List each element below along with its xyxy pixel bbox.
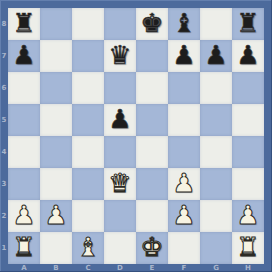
square-a2[interactable]: ♟: [8, 200, 40, 232]
piece-black-pawn: ♟: [12, 39, 35, 71]
square-h7[interactable]: ♟: [232, 40, 264, 72]
square-a6[interactable]: [8, 72, 40, 104]
square-c8[interactable]: [72, 8, 104, 40]
square-e4[interactable]: [136, 136, 168, 168]
square-b3[interactable]: [40, 168, 72, 200]
piece-white-rook: ♜: [236, 231, 259, 263]
square-d5[interactable]: ♟: [104, 104, 136, 136]
rank-label-1: 1: [0, 232, 8, 264]
square-d1[interactable]: [104, 232, 136, 264]
square-h8[interactable]: ♜: [232, 8, 264, 40]
square-g7[interactable]: ♟: [200, 40, 232, 72]
file-label-e: E: [136, 264, 168, 272]
file-label-f: F: [168, 264, 200, 272]
square-b8[interactable]: [40, 8, 72, 40]
square-b5[interactable]: [40, 104, 72, 136]
square-a1[interactable]: ♜: [8, 232, 40, 264]
square-f6[interactable]: [168, 72, 200, 104]
piece-black-queen: ♛: [108, 39, 131, 71]
piece-white-pawn: ♟: [44, 199, 67, 231]
square-d2[interactable]: [104, 200, 136, 232]
square-f3[interactable]: ♟: [168, 168, 200, 200]
square-g8[interactable]: [200, 8, 232, 40]
piece-black-pawn: ♟: [108, 103, 131, 135]
rank-label-2: 2: [0, 200, 8, 232]
square-f2[interactable]: ♟: [168, 200, 200, 232]
square-c7[interactable]: [72, 40, 104, 72]
square-e7[interactable]: [136, 40, 168, 72]
square-e5[interactable]: [136, 104, 168, 136]
piece-black-king: ♚: [140, 7, 163, 39]
square-a8[interactable]: ♜: [8, 8, 40, 40]
square-f1[interactable]: [168, 232, 200, 264]
square-d7[interactable]: ♛: [104, 40, 136, 72]
piece-black-pawn: ♟: [172, 39, 195, 71]
square-b7[interactable]: [40, 40, 72, 72]
square-h4[interactable]: [232, 136, 264, 168]
rank-label-5: 5: [0, 104, 8, 136]
square-h6[interactable]: [232, 72, 264, 104]
square-g6[interactable]: [200, 72, 232, 104]
square-e6[interactable]: [136, 72, 168, 104]
rank-label-8: 8: [0, 8, 8, 40]
square-a4[interactable]: [8, 136, 40, 168]
square-h3[interactable]: [232, 168, 264, 200]
piece-white-bishop: ♝: [76, 231, 99, 263]
square-f7[interactable]: ♟: [168, 40, 200, 72]
chess-board: ♜♚♝♜♟♛♟♟♟♟♛♟♟♟♟♟♜♝♚♜ 87654321 ABCDEFGH: [0, 0, 272, 272]
piece-white-rook: ♜: [12, 231, 35, 263]
piece-black-rook: ♜: [236, 7, 259, 39]
square-e2[interactable]: [136, 200, 168, 232]
square-c2[interactable]: [72, 200, 104, 232]
rank-label-7: 7: [0, 40, 8, 72]
square-d8[interactable]: [104, 8, 136, 40]
square-c1[interactable]: ♝: [72, 232, 104, 264]
rank-label-4: 4: [0, 136, 8, 168]
square-d3[interactable]: ♛: [104, 168, 136, 200]
square-b2[interactable]: ♟: [40, 200, 72, 232]
square-c6[interactable]: [72, 72, 104, 104]
square-f5[interactable]: [168, 104, 200, 136]
rank-label-3: 3: [0, 168, 8, 200]
square-b4[interactable]: [40, 136, 72, 168]
square-f4[interactable]: [168, 136, 200, 168]
square-h5[interactable]: [232, 104, 264, 136]
file-label-h: H: [232, 264, 264, 272]
file-label-c: C: [72, 264, 104, 272]
square-d4[interactable]: [104, 136, 136, 168]
square-e3[interactable]: [136, 168, 168, 200]
square-c5[interactable]: [72, 104, 104, 136]
piece-white-king: ♚: [140, 231, 163, 263]
square-c4[interactable]: [72, 136, 104, 168]
file-label-d: D: [104, 264, 136, 272]
square-a3[interactable]: [8, 168, 40, 200]
file-label-b: B: [40, 264, 72, 272]
piece-white-pawn: ♟: [172, 199, 195, 231]
rank-label-6: 6: [0, 72, 8, 104]
file-label-g: G: [200, 264, 232, 272]
square-e1[interactable]: ♚: [136, 232, 168, 264]
square-b6[interactable]: [40, 72, 72, 104]
square-g2[interactable]: [200, 200, 232, 232]
file-label-a: A: [8, 264, 40, 272]
piece-white-pawn: ♟: [172, 167, 195, 199]
square-h1[interactable]: ♜: [232, 232, 264, 264]
piece-black-pawn: ♟: [236, 39, 259, 71]
piece-black-bishop: ♝: [172, 7, 195, 39]
square-a7[interactable]: ♟: [8, 40, 40, 72]
square-e8[interactable]: ♚: [136, 8, 168, 40]
square-g5[interactable]: [200, 104, 232, 136]
square-g4[interactable]: [200, 136, 232, 168]
piece-white-queen: ♛: [108, 167, 131, 199]
board-grid: ♜♚♝♜♟♛♟♟♟♟♛♟♟♟♟♟♜♝♚♜: [8, 8, 264, 264]
piece-white-pawn: ♟: [236, 199, 259, 231]
square-d6[interactable]: [104, 72, 136, 104]
piece-black-pawn: ♟: [204, 39, 227, 71]
square-c3[interactable]: [72, 168, 104, 200]
square-f8[interactable]: ♝: [168, 8, 200, 40]
square-g3[interactable]: [200, 168, 232, 200]
square-h2[interactable]: ♟: [232, 200, 264, 232]
square-g1[interactable]: [200, 232, 232, 264]
piece-black-rook: ♜: [12, 7, 35, 39]
square-b1[interactable]: [40, 232, 72, 264]
square-a5[interactable]: [8, 104, 40, 136]
piece-white-pawn: ♟: [12, 199, 35, 231]
